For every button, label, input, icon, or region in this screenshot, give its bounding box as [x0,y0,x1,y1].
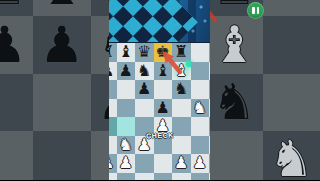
black-knight-piece[interactable]: ♞ [135,62,154,81]
black-bishop-piece[interactable]: ♝ [117,43,136,62]
black-rook-piece: ♜ [0,0,33,16]
black-queen-piece[interactable]: ♛ [135,43,154,62]
move-glow [171,61,192,82]
square-e2[interactable] [154,154,173,173]
square-h4[interactable] [209,117,210,136]
square-f7[interactable]: ♝ [172,62,191,81]
square-e8[interactable]: ♚ [154,43,173,62]
square-h3[interactable] [209,136,210,155]
square-c4[interactable] [117,117,136,136]
square-c7[interactable]: ♟ [117,62,136,81]
square-b6 [0,74,33,131]
black-king-piece[interactable]: ♚ [154,43,173,62]
square-c1[interactable] [117,173,136,181]
white-knight-piece[interactable]: ♞ [191,99,210,118]
square-h1[interactable] [209,173,210,181]
black-pawn-piece: ♟ [0,16,33,73]
square-c3[interactable]: ♞ [117,136,136,155]
square-f6[interactable]: ♞ [172,80,191,99]
square-g8 [263,0,320,16]
square-f5 [205,131,262,180]
black-rook-piece[interactable]: ♜ [109,43,117,62]
square-e7[interactable]: ♝ [154,62,173,81]
white-bishop-piece: ♝ [205,16,262,73]
square-b8: ♜ [0,0,33,16]
square-g3[interactable] [191,136,210,155]
black-pawn-piece[interactable]: ♟ [109,62,117,81]
square-d2[interactable] [135,154,154,173]
square-g7 [263,16,320,73]
square-e5[interactable]: ♟ [154,99,173,118]
square-e6[interactable] [154,80,173,99]
pause-icon [252,7,255,14]
square-b3[interactable] [109,136,117,155]
square-f1[interactable] [172,173,191,181]
square-b7: ♟ [0,16,33,73]
square-g7[interactable] [191,62,210,81]
square-c6 [33,74,90,131]
chess-board: ♜♝♛♚♜♟♟♞♝♝♟♞♟♞♟♞♟♟♟♟♟ [109,43,210,180]
white-pawn-piece[interactable]: ♟ [172,154,191,173]
square-g5: ♞ [263,131,320,180]
square-b5[interactable] [109,99,117,118]
square-c5 [33,131,90,180]
square-d7[interactable]: ♞ [135,62,154,81]
square-e1[interactable] [154,173,173,181]
white-pawn-piece[interactable]: ♟ [109,154,117,173]
square-h7[interactable] [209,62,210,81]
square-b5 [0,131,33,180]
black-rook-piece[interactable]: ♜ [172,43,191,62]
white-knight-piece: ♞ [263,131,320,180]
square-b7[interactable]: ♟ [109,62,117,81]
square-b1[interactable] [109,173,117,181]
square-b6[interactable] [109,80,117,99]
black-pawn-piece[interactable]: ♟ [135,80,154,99]
banner-diamond-pattern [109,0,198,43]
square-g1[interactable] [191,173,210,181]
square-d1[interactable] [135,173,154,181]
square-g6[interactable] [191,80,210,99]
square-g2[interactable]: ♟ [191,154,210,173]
square-h6[interactable] [209,80,210,99]
square-b2[interactable]: ♟ [109,154,117,173]
square-c8[interactable]: ♝ [117,43,136,62]
pause-button[interactable] [247,2,264,19]
square-b4[interactable] [109,117,117,136]
square-c5[interactable] [117,99,136,118]
square-f7: ♝ [205,16,262,73]
square-f2[interactable]: ♟ [172,154,191,173]
pause-icon [257,7,260,14]
white-knight-piece[interactable]: ♞ [117,136,136,155]
banner-image [109,0,210,43]
black-knight-piece[interactable]: ♞ [172,80,191,99]
square-g6 [263,74,320,131]
square-c2[interactable]: ♟ [117,154,136,173]
square-g5[interactable]: ♞ [191,99,210,118]
square-c6[interactable] [117,80,136,99]
square-f6: ♞ [205,74,262,131]
white-bishop-piece[interactable]: ♝ [172,62,191,81]
black-pawn-piece: ♟ [33,16,90,73]
square-f8[interactable]: ♜ [172,43,191,62]
square-h5[interactable] [209,99,210,118]
square-c8: ♝ [33,0,90,16]
square-f5[interactable] [172,99,191,118]
white-pawn-piece[interactable]: ♟ [191,154,210,173]
video-strip: ♜♝♛♚♜♟♟♞♝♝♟♞♟♞♟♞♟♟♟♟♟ CHECK [109,0,210,180]
square-c7: ♟ [33,16,90,73]
square-d8[interactable]: ♛ [135,43,154,62]
square-d5[interactable] [135,99,154,118]
black-knight-piece: ♞ [205,74,262,131]
square-g4[interactable] [191,117,210,136]
check-label: CHECK [140,131,180,139]
black-bishop-piece: ♝ [33,0,90,16]
square-h8[interactable] [209,43,210,62]
white-pawn-piece[interactable]: ♟ [117,154,136,173]
square-d6[interactable]: ♟ [135,80,154,99]
square-h2[interactable] [209,154,210,173]
square-b8[interactable]: ♜ [109,43,117,62]
square-g8[interactable] [191,43,210,62]
black-bishop-piece[interactable]: ♝ [154,62,173,81]
video-frame: ♜♝♛♚♜♟♟♞♝♝♟♞♟♞♟♞♟♟♟♟♟ ♜♝♛♚♜♟♟♞♝♝♟♞♟♞♟♞♟♟… [0,0,320,180]
black-pawn-piece[interactable]: ♟ [154,99,173,118]
black-pawn-piece[interactable]: ♟ [117,62,136,81]
